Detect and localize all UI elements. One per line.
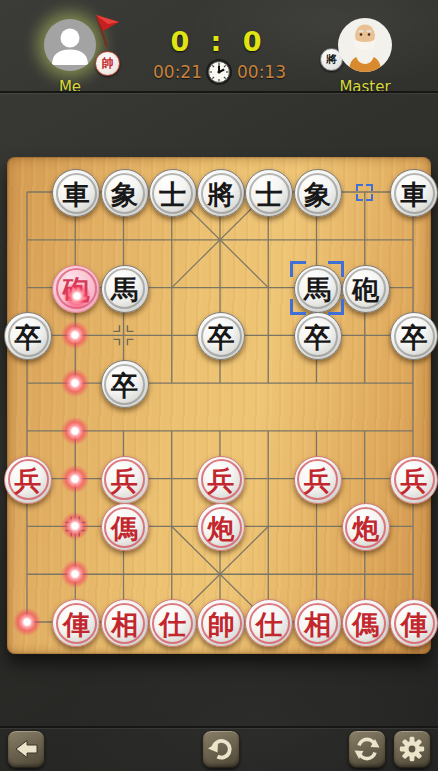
my-timer: 00:21: [126, 62, 202, 82]
undo-button[interactable]: [202, 730, 240, 768]
move-trail-dot: [61, 512, 89, 540]
opponent-player-name: Master: [320, 78, 410, 96]
piece-layer: 車象士將士象車砲馬馬砲卒卒卒卒卒兵兵兵兵兵傌炮炮俥相仕帥仕相傌俥: [7, 157, 431, 654]
piece-black-soldier[interactable]: 卒: [4, 312, 52, 360]
piece-black-soldier[interactable]: 卒: [101, 360, 149, 408]
piece-red-soldier[interactable]: 兵: [101, 456, 149, 504]
header-divider: [0, 91, 438, 93]
red-side-badge: 帥: [95, 51, 120, 76]
threatened-piece-glow: [63, 282, 91, 310]
piece-red-advisor[interactable]: 仕: [149, 599, 197, 647]
piece-red-elephant[interactable]: 相: [101, 599, 149, 647]
old-master-portrait: [338, 18, 392, 72]
header-bar: 帥 Me 0 : 0 00:21 00:13 將: [0, 0, 438, 92]
move-trail-dot: [61, 560, 89, 588]
piece-red-horse[interactable]: 傌: [101, 503, 149, 551]
piece-red-soldier[interactable]: 兵: [4, 456, 52, 504]
piece-red-general[interactable]: 帥: [197, 599, 245, 647]
piece-black-cannon[interactable]: 砲: [342, 265, 390, 313]
undo-arrow-icon: [207, 735, 235, 763]
bottom-toolbar: [0, 726, 438, 771]
back-arrow-icon: [12, 735, 40, 763]
piece-red-chariot[interactable]: 俥: [52, 599, 100, 647]
game-screen: 帥 Me 0 : 0 00:21 00:13 將: [0, 0, 438, 771]
piece-black-elephant[interactable]: 象: [294, 169, 342, 217]
score-display: 0 : 0: [154, 26, 284, 57]
red-flag-icon: [93, 14, 121, 50]
person-icon: [44, 19, 96, 71]
move-trail-dot: [61, 417, 89, 445]
move-trail-dot: [61, 465, 89, 493]
move-trail-dot: [61, 321, 89, 349]
piece-black-soldier[interactable]: 卒: [390, 312, 438, 360]
move-trail-dot: [61, 369, 89, 397]
piece-black-advisor[interactable]: 士: [245, 169, 293, 217]
piece-black-elephant[interactable]: 象: [101, 169, 149, 217]
master-avatar[interactable]: [338, 18, 392, 72]
piece-black-horse[interactable]: 馬: [101, 265, 149, 313]
piece-red-soldier[interactable]: 兵: [197, 456, 245, 504]
back-button[interactable]: [7, 730, 45, 768]
piece-red-soldier[interactable]: 兵: [390, 456, 438, 504]
piece-black-general[interactable]: 將: [197, 169, 245, 217]
piece-red-chariot[interactable]: 俥: [390, 599, 438, 647]
my-avatar[interactable]: [44, 19, 96, 71]
rotate-sync-icon: [353, 735, 381, 763]
opponent-timer: 00:13: [237, 62, 313, 82]
piece-red-cannon[interactable]: 炮: [197, 503, 245, 551]
gear-icon: [398, 735, 426, 763]
clock-icon: [205, 58, 233, 86]
piece-red-soldier[interactable]: 兵: [294, 456, 342, 504]
piece-black-advisor[interactable]: 士: [149, 169, 197, 217]
last-move-destination-bracket: [290, 261, 344, 315]
piece-red-horse[interactable]: 傌: [342, 599, 390, 647]
piece-black-chariot[interactable]: 車: [390, 169, 438, 217]
piece-black-chariot[interactable]: 車: [52, 169, 100, 217]
piece-red-elephant[interactable]: 相: [294, 599, 342, 647]
rotate-button[interactable]: [348, 730, 386, 768]
board[interactable]: 車象士將士象車砲馬馬砲卒卒卒卒卒兵兵兵兵兵傌炮炮俥相仕帥仕相傌俥: [7, 157, 431, 654]
move-trail-dot: [13, 608, 41, 636]
piece-black-soldier[interactable]: 卒: [197, 312, 245, 360]
piece-red-advisor[interactable]: 仕: [245, 599, 293, 647]
last-move-origin-bracket: [356, 184, 373, 201]
piece-red-cannon[interactable]: 炮: [342, 503, 390, 551]
piece-black-soldier[interactable]: 卒: [294, 312, 342, 360]
my-player-name: Me: [25, 78, 115, 96]
settings-button[interactable]: [393, 730, 431, 768]
